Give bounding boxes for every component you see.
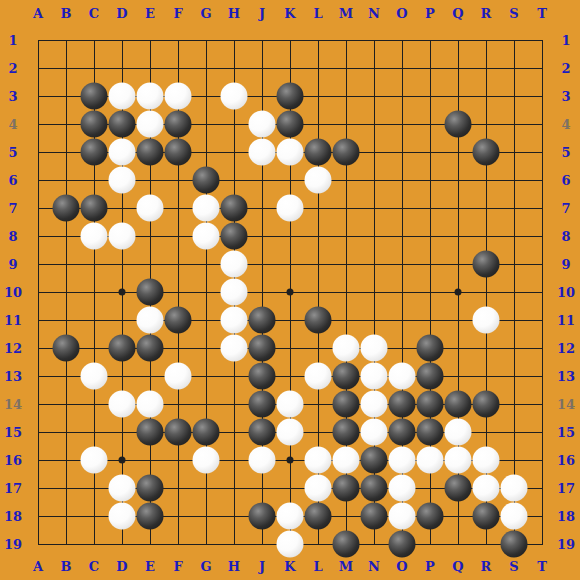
black-stone <box>361 475 388 502</box>
black-stone <box>137 419 164 446</box>
white-stone <box>137 391 164 418</box>
white-stone <box>473 475 500 502</box>
white-stone <box>137 307 164 334</box>
coord-label-row: 7 <box>561 202 570 215</box>
coord-label-row: 2 <box>8 62 17 75</box>
black-stone <box>221 195 248 222</box>
white-stone <box>165 363 192 390</box>
black-stone <box>53 335 80 362</box>
white-stone <box>81 223 108 250</box>
coord-label-column: H <box>228 560 240 573</box>
grid-line-horizontal <box>38 320 543 321</box>
black-stone <box>81 195 108 222</box>
coord-label-row: 3 <box>561 90 570 103</box>
go-board[interactable]: AABBCCDDEEFFGGHHJJKKLLMMNNOOPPQQRRSSTT11… <box>0 0 580 580</box>
black-stone <box>137 139 164 166</box>
white-stone <box>445 419 472 446</box>
black-stone <box>109 111 136 138</box>
coord-label-row: 8 <box>8 230 17 243</box>
coord-label-row: 6 <box>8 174 17 187</box>
black-stone <box>137 475 164 502</box>
black-stone <box>305 503 332 530</box>
coord-label-row: 11 <box>557 314 575 327</box>
white-stone <box>277 531 304 558</box>
coord-label-row: 12 <box>4 342 22 355</box>
coord-label-column: J <box>259 560 265 573</box>
white-stone <box>389 475 416 502</box>
coord-label-column: O <box>396 560 407 573</box>
coord-label-column: K <box>284 7 295 20</box>
black-stone <box>109 335 136 362</box>
white-stone <box>389 363 416 390</box>
coord-label-column: A <box>33 7 43 20</box>
coord-label-column: A <box>33 560 43 573</box>
star-point <box>287 457 294 464</box>
white-stone <box>389 503 416 530</box>
white-stone <box>165 83 192 110</box>
coord-label-column: P <box>425 7 435 20</box>
white-stone <box>277 419 304 446</box>
white-stone <box>193 447 220 474</box>
coord-label-row: 18 <box>557 510 575 523</box>
coord-label-row: 5 <box>561 146 570 159</box>
coord-label-row: 10 <box>4 286 22 299</box>
white-stone <box>305 475 332 502</box>
black-stone <box>305 139 332 166</box>
coord-label-row: 18 <box>4 510 22 523</box>
coord-label-row: 4 <box>561 118 570 131</box>
black-stone <box>193 419 220 446</box>
white-stone <box>81 363 108 390</box>
white-stone <box>109 223 136 250</box>
coord-label-column: R <box>481 7 492 20</box>
black-stone <box>333 531 360 558</box>
black-stone <box>417 391 444 418</box>
white-stone <box>137 111 164 138</box>
coord-label-row: 4 <box>8 118 17 131</box>
grid-line-vertical <box>542 40 543 545</box>
black-stone <box>249 363 276 390</box>
coord-label-column: Q <box>452 560 463 573</box>
coord-label-row: 13 <box>4 370 22 383</box>
coord-label-row: 1 <box>561 34 570 47</box>
coord-label-row: 6 <box>561 174 570 187</box>
coord-label-column: S <box>509 560 518 573</box>
black-stone <box>277 83 304 110</box>
white-stone <box>249 111 276 138</box>
coord-label-row: 11 <box>4 314 22 327</box>
white-stone <box>305 447 332 474</box>
black-stone <box>417 363 444 390</box>
coord-label-row: 2 <box>561 62 570 75</box>
coord-label-column: C <box>89 7 99 20</box>
coord-label-column: H <box>228 7 240 20</box>
black-stone <box>137 335 164 362</box>
coord-label-column: N <box>368 7 380 20</box>
white-stone <box>221 279 248 306</box>
black-stone <box>389 419 416 446</box>
black-stone <box>361 447 388 474</box>
coord-label-column: M <box>339 7 353 20</box>
coord-label-column: G <box>200 560 211 573</box>
coord-label-column: Q <box>452 7 463 20</box>
coord-label-column: J <box>259 7 265 20</box>
coord-label-column: T <box>537 7 547 20</box>
coord-label-row: 17 <box>4 482 22 495</box>
white-stone <box>361 391 388 418</box>
coord-label-column: D <box>116 7 127 20</box>
black-stone <box>249 335 276 362</box>
black-stone <box>417 503 444 530</box>
white-stone <box>137 83 164 110</box>
black-stone <box>333 363 360 390</box>
black-stone <box>333 419 360 446</box>
white-stone <box>81 447 108 474</box>
white-stone <box>109 139 136 166</box>
black-stone <box>165 307 192 334</box>
black-stone <box>473 139 500 166</box>
black-stone <box>81 139 108 166</box>
coord-label-column: E <box>145 7 155 20</box>
black-stone <box>137 279 164 306</box>
white-stone <box>333 335 360 362</box>
white-stone <box>333 447 360 474</box>
white-stone <box>109 391 136 418</box>
coord-label-column: F <box>173 7 182 20</box>
coord-label-column: O <box>396 7 407 20</box>
white-stone <box>277 195 304 222</box>
white-stone <box>417 447 444 474</box>
coord-label-column: T <box>537 560 547 573</box>
star-point <box>287 289 294 296</box>
black-stone <box>445 475 472 502</box>
coord-label-row: 1 <box>8 34 17 47</box>
black-stone <box>333 391 360 418</box>
grid-line-horizontal <box>38 376 543 377</box>
black-stone <box>221 223 248 250</box>
black-stone <box>417 419 444 446</box>
white-stone <box>361 335 388 362</box>
black-stone <box>249 503 276 530</box>
black-stone <box>473 391 500 418</box>
white-stone <box>221 83 248 110</box>
black-stone <box>389 531 416 558</box>
coord-label-column: L <box>313 7 322 20</box>
white-stone <box>305 363 332 390</box>
coord-label-row: 9 <box>8 258 17 271</box>
coord-label-column: S <box>509 7 518 20</box>
black-stone <box>249 391 276 418</box>
star-point <box>119 457 126 464</box>
coord-label-column: P <box>425 560 435 573</box>
coord-label-row: 16 <box>4 454 22 467</box>
coord-label-row: 19 <box>4 538 22 551</box>
white-stone <box>109 167 136 194</box>
black-stone <box>501 531 528 558</box>
black-stone <box>361 503 388 530</box>
coord-label-row: 10 <box>557 286 575 299</box>
white-stone <box>361 419 388 446</box>
black-stone <box>473 251 500 278</box>
coord-label-column: L <box>313 560 322 573</box>
white-stone <box>137 195 164 222</box>
coord-label-column: F <box>173 560 182 573</box>
coord-label-column: G <box>200 7 211 20</box>
white-stone <box>277 139 304 166</box>
black-stone <box>81 83 108 110</box>
black-stone <box>249 419 276 446</box>
black-stone <box>333 139 360 166</box>
black-stone <box>417 335 444 362</box>
coord-label-row: 19 <box>557 538 575 551</box>
black-stone <box>165 139 192 166</box>
coord-label-row: 5 <box>8 146 17 159</box>
black-stone <box>249 307 276 334</box>
white-stone <box>109 503 136 530</box>
coord-label-row: 7 <box>8 202 17 215</box>
white-stone <box>501 475 528 502</box>
white-stone <box>277 391 304 418</box>
coord-label-row: 12 <box>557 342 575 355</box>
black-stone <box>445 391 472 418</box>
coord-label-column: R <box>481 560 492 573</box>
white-stone <box>361 363 388 390</box>
black-stone <box>137 503 164 530</box>
star-point <box>455 289 462 296</box>
coord-label-row: 3 <box>8 90 17 103</box>
coord-label-row: 14 <box>557 398 575 411</box>
white-stone <box>473 307 500 334</box>
white-stone <box>249 139 276 166</box>
white-stone <box>473 447 500 474</box>
black-stone <box>165 111 192 138</box>
black-stone <box>333 475 360 502</box>
white-stone <box>221 251 248 278</box>
black-stone <box>389 391 416 418</box>
black-stone <box>277 111 304 138</box>
black-stone <box>305 307 332 334</box>
coord-label-column: E <box>145 560 155 573</box>
coord-label-column: B <box>61 560 72 573</box>
coord-label-row: 15 <box>557 426 575 439</box>
coord-label-row: 8 <box>561 230 570 243</box>
white-stone <box>193 223 220 250</box>
coord-label-row: 16 <box>557 454 575 467</box>
coord-label-column: B <box>61 7 72 20</box>
black-stone <box>53 195 80 222</box>
coord-label-column: N <box>368 560 380 573</box>
white-stone <box>305 167 332 194</box>
grid-line-vertical <box>514 40 515 545</box>
white-stone <box>277 503 304 530</box>
white-stone <box>109 475 136 502</box>
white-stone <box>193 195 220 222</box>
coord-label-row: 15 <box>4 426 22 439</box>
white-stone <box>221 335 248 362</box>
white-stone <box>221 307 248 334</box>
coord-label-row: 9 <box>561 258 570 271</box>
coord-label-row: 17 <box>557 482 575 495</box>
white-stone <box>445 447 472 474</box>
star-point <box>119 289 126 296</box>
black-stone <box>165 419 192 446</box>
white-stone <box>501 503 528 530</box>
coord-label-column: M <box>339 560 353 573</box>
coord-label-column: D <box>116 560 127 573</box>
coord-label-column: C <box>89 560 99 573</box>
black-stone <box>193 167 220 194</box>
white-stone <box>109 83 136 110</box>
white-stone <box>389 447 416 474</box>
coord-label-column: K <box>284 560 295 573</box>
black-stone <box>81 111 108 138</box>
coord-label-row: 14 <box>4 398 22 411</box>
black-stone <box>445 111 472 138</box>
coord-label-row: 13 <box>557 370 575 383</box>
black-stone <box>473 503 500 530</box>
white-stone <box>249 447 276 474</box>
